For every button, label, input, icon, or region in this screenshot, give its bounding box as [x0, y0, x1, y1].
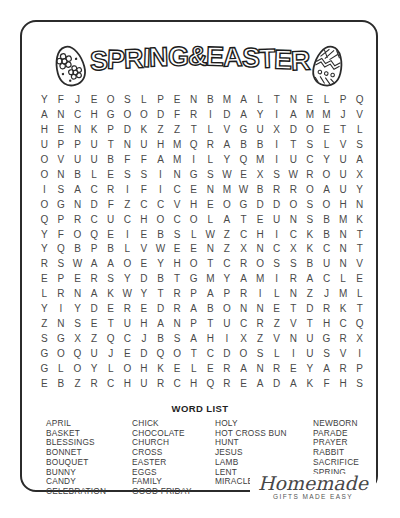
- grid-cell-r10c4[interactable]: Q: [86, 227, 103, 242]
- grid-cell-r12c11[interactable]: T: [202, 256, 219, 271]
- grid-cell-r7c3[interactable]: A: [69, 182, 86, 197]
- grid-cell-r9c9[interactable]: C: [169, 212, 186, 227]
- grid-cell-r7c7[interactable]: F: [136, 182, 153, 197]
- grid-cell-r16c14[interactable]: R: [252, 316, 269, 331]
- grid-cell-r19c20[interactable]: P: [351, 361, 368, 376]
- grid-cell-r13c5[interactable]: S: [102, 271, 119, 286]
- grid-cell-r19c12[interactable]: R: [219, 361, 236, 376]
- grid-cell-r2c1[interactable]: A: [36, 107, 53, 122]
- grid-cell-r8c19[interactable]: H: [335, 197, 352, 212]
- grid-cell-r15c17[interactable]: D: [302, 301, 319, 316]
- grid-cell-r7c14[interactable]: B: [252, 182, 269, 197]
- grid-cell-r4c16[interactable]: T: [285, 137, 302, 152]
- grid-cell-r11c11[interactable]: N: [202, 241, 219, 256]
- grid-cell-r5c9[interactable]: M: [169, 152, 186, 167]
- grid-cell-r6c12[interactable]: W: [219, 167, 236, 182]
- grid-cell-r10c9[interactable]: S: [169, 227, 186, 242]
- grid-cell-r11c6[interactable]: L: [119, 241, 136, 256]
- grid-cell-r17c6[interactable]: C: [119, 331, 136, 346]
- grid-cell-r4c11[interactable]: R: [202, 137, 219, 152]
- grid-cell-r19c19[interactable]: R: [335, 361, 352, 376]
- grid-cell-r14c3[interactable]: N: [69, 286, 86, 301]
- grid-cell-r8c16[interactable]: O: [285, 197, 302, 212]
- grid-cell-r9c20[interactable]: K: [351, 212, 368, 227]
- grid-cell-r4c20[interactable]: S: [351, 137, 368, 152]
- grid-cell-r8c12[interactable]: O: [219, 197, 236, 212]
- grid-cell-r16c2[interactable]: N: [53, 316, 70, 331]
- grid-cell-r19c1[interactable]: G: [36, 361, 53, 376]
- grid-cell-r11c13[interactable]: X: [235, 241, 252, 256]
- grid-cell-r10c5[interactable]: E: [102, 227, 119, 242]
- grid-cell-r20c7[interactable]: U: [136, 376, 153, 391]
- grid-cell-r20c6[interactable]: H: [119, 376, 136, 391]
- grid-cell-r17c12[interactable]: I: [219, 331, 236, 346]
- grid-cell-r19c4[interactable]: Y: [86, 361, 103, 376]
- grid-cell-r19c11[interactable]: E: [202, 361, 219, 376]
- grid-cell-r13c4[interactable]: R: [86, 271, 103, 286]
- grid-cell-r2c19[interactable]: J: [335, 107, 352, 122]
- grid-cell-r7c6[interactable]: I: [119, 182, 136, 197]
- grid-cell-r5c18[interactable]: Y: [318, 152, 335, 167]
- grid-cell-r4c3[interactable]: P: [69, 137, 86, 152]
- grid-cell-r13c19[interactable]: L: [335, 271, 352, 286]
- grid-cell-r12c16[interactable]: S: [285, 256, 302, 271]
- grid-cell-r15c2[interactable]: I: [53, 301, 70, 316]
- grid-cell-r8c1[interactable]: O: [36, 197, 53, 212]
- grid-cell-r17c2[interactable]: G: [53, 331, 70, 346]
- grid-cell-r12c6[interactable]: O: [119, 256, 136, 271]
- grid-cell-r4c10[interactable]: Q: [185, 137, 202, 152]
- grid-cell-r3c7[interactable]: K: [136, 122, 153, 137]
- grid-cell-r7c8[interactable]: I: [152, 182, 169, 197]
- grid-cell-r2c14[interactable]: Y: [252, 107, 269, 122]
- grid-cell-r7c1[interactable]: I: [36, 182, 53, 197]
- grid-cell-r4c12[interactable]: A: [219, 137, 236, 152]
- grid-cell-r10c19[interactable]: N: [335, 227, 352, 242]
- grid-cell-r17c20[interactable]: X: [351, 331, 368, 346]
- grid-cell-r17c4[interactable]: Z: [86, 331, 103, 346]
- grid-cell-r15c6[interactable]: R: [119, 301, 136, 316]
- grid-cell-r17c9[interactable]: S: [169, 331, 186, 346]
- grid-cell-r17c19[interactable]: R: [335, 331, 352, 346]
- grid-cell-r15c11[interactable]: B: [202, 301, 219, 316]
- grid-cell-r18c10[interactable]: T: [185, 346, 202, 361]
- grid-cell-r5c4[interactable]: U: [86, 152, 103, 167]
- grid-cell-r10c7[interactable]: E: [136, 227, 153, 242]
- grid-cell-r1c11[interactable]: B: [202, 92, 219, 107]
- grid-cell-r16c20[interactable]: Q: [351, 316, 368, 331]
- grid-cell-r6c9[interactable]: N: [169, 167, 186, 182]
- grid-cell-r11c15[interactable]: C: [268, 241, 285, 256]
- grid-cell-r19c8[interactable]: K: [152, 361, 169, 376]
- grid-cell-r13c7[interactable]: D: [136, 271, 153, 286]
- grid-cell-r12c5[interactable]: A: [102, 256, 119, 271]
- grid-cell-r10c17[interactable]: K: [302, 227, 319, 242]
- grid-cell-r13c2[interactable]: P: [53, 271, 70, 286]
- grid-cell-r11c12[interactable]: Z: [219, 241, 236, 256]
- grid-cell-r18c13[interactable]: O: [235, 346, 252, 361]
- grid-cell-r17c16[interactable]: N: [285, 331, 302, 346]
- grid-cell-r17c5[interactable]: Q: [102, 331, 119, 346]
- grid-cell-r12c3[interactable]: W: [69, 256, 86, 271]
- grid-cell-r6c4[interactable]: L: [86, 167, 103, 182]
- grid-cell-r8c2[interactable]: G: [53, 197, 70, 212]
- grid-cell-r11c4[interactable]: P: [86, 241, 103, 256]
- grid-cell-r2c13[interactable]: A: [235, 107, 252, 122]
- grid-cell-r1c14[interactable]: L: [252, 92, 269, 107]
- grid-cell-r19c13[interactable]: A: [235, 361, 252, 376]
- grid-cell-r9c13[interactable]: T: [235, 212, 252, 227]
- grid-cell-r16c13[interactable]: C: [235, 316, 252, 331]
- grid-cell-r1c10[interactable]: N: [185, 92, 202, 107]
- grid-cell-r3c13[interactable]: G: [235, 122, 252, 137]
- grid-cell-r18c15[interactable]: L: [268, 346, 285, 361]
- grid-cell-r7c10[interactable]: E: [185, 182, 202, 197]
- grid-cell-r16c10[interactable]: P: [185, 316, 202, 331]
- grid-cell-r9c19[interactable]: M: [335, 212, 352, 227]
- grid-cell-r10c6[interactable]: I: [119, 227, 136, 242]
- grid-cell-r4c9[interactable]: M: [169, 137, 186, 152]
- grid-cell-r7c11[interactable]: N: [202, 182, 219, 197]
- grid-cell-r8c9[interactable]: V: [169, 197, 186, 212]
- grid-cell-r20c8[interactable]: R: [152, 376, 169, 391]
- grid-cell-r9c7[interactable]: H: [136, 212, 153, 227]
- grid-cell-r9c2[interactable]: P: [53, 212, 70, 227]
- grid-cell-r3c15[interactable]: X: [268, 122, 285, 137]
- grid-cell-r16c6[interactable]: U: [119, 316, 136, 331]
- grid-cell-r8c14[interactable]: D: [252, 197, 269, 212]
- grid-cell-r3c20[interactable]: L: [351, 122, 368, 137]
- grid-cell-r5c2[interactable]: V: [53, 152, 70, 167]
- grid-cell-r10c20[interactable]: T: [351, 227, 368, 242]
- grid-cell-r10c10[interactable]: L: [185, 227, 202, 242]
- grid-cell-r12c17[interactable]: B: [302, 256, 319, 271]
- grid-cell-r1c7[interactable]: L: [136, 92, 153, 107]
- grid-cell-r19c3[interactable]: O: [69, 361, 86, 376]
- grid-cell-r4c18[interactable]: L: [318, 137, 335, 152]
- grid-cell-r18c2[interactable]: O: [53, 346, 70, 361]
- grid-cell-r2c5[interactable]: G: [102, 107, 119, 122]
- grid-cell-r18c17[interactable]: U: [302, 346, 319, 361]
- grid-cell-r2c10[interactable]: R: [185, 107, 202, 122]
- grid-cell-r13c15[interactable]: I: [268, 271, 285, 286]
- grid-cell-r11c19[interactable]: N: [335, 241, 352, 256]
- grid-cell-r20c5[interactable]: C: [102, 376, 119, 391]
- grid-cell-r18c18[interactable]: S: [318, 346, 335, 361]
- grid-cell-r7c4[interactable]: C: [86, 182, 103, 197]
- grid-cell-r1c8[interactable]: P: [152, 92, 169, 107]
- grid-cell-r2c4[interactable]: H: [86, 107, 103, 122]
- grid-cell-r6c8[interactable]: I: [152, 167, 169, 182]
- grid-cell-r2c17[interactable]: M: [302, 107, 319, 122]
- grid-cell-r15c1[interactable]: Y: [36, 301, 53, 316]
- grid-cell-r12c7[interactable]: E: [136, 256, 153, 271]
- grid-cell-r20c16[interactable]: A: [285, 376, 302, 391]
- grid-cell-r4c15[interactable]: I: [268, 137, 285, 152]
- grid-cell-r16c5[interactable]: T: [102, 316, 119, 331]
- grid-cell-r16c9[interactable]: N: [169, 316, 186, 331]
- grid-cell-r14c12[interactable]: P: [219, 286, 236, 301]
- grid-cell-r12c13[interactable]: R: [235, 256, 252, 271]
- grid-cell-r18c7[interactable]: D: [136, 346, 153, 361]
- grid-cell-r8c17[interactable]: S: [302, 197, 319, 212]
- grid-cell-r18c3[interactable]: Q: [69, 346, 86, 361]
- grid-cell-r9c17[interactable]: S: [302, 212, 319, 227]
- grid-cell-r6c7[interactable]: S: [136, 167, 153, 182]
- grid-cell-r6c11[interactable]: S: [202, 167, 219, 182]
- grid-cell-r19c16[interactable]: E: [285, 361, 302, 376]
- grid-cell-r10c1[interactable]: Y: [36, 227, 53, 242]
- grid-cell-r4c6[interactable]: N: [119, 137, 136, 152]
- grid-cell-r5c13[interactable]: Q: [235, 152, 252, 167]
- grid-cell-r13c20[interactable]: E: [351, 271, 368, 286]
- grid-cell-r13c6[interactable]: Y: [119, 271, 136, 286]
- grid-cell-r20c1[interactable]: E: [36, 376, 53, 391]
- grid-cell-r2c2[interactable]: N: [53, 107, 70, 122]
- grid-cell-r5c11[interactable]: L: [202, 152, 219, 167]
- grid-cell-r4c1[interactable]: U: [36, 137, 53, 152]
- grid-cell-r4c2[interactable]: P: [53, 137, 70, 152]
- grid-cell-r1c12[interactable]: M: [219, 92, 236, 107]
- grid-cell-r11c2[interactable]: Q: [53, 241, 70, 256]
- grid-cell-r9c10[interactable]: O: [185, 212, 202, 227]
- grid-cell-r6c2[interactable]: N: [53, 167, 70, 182]
- grid-cell-r17c14[interactable]: Z: [252, 331, 269, 346]
- grid-cell-r14c4[interactable]: A: [86, 286, 103, 301]
- grid-cell-r1c15[interactable]: T: [268, 92, 285, 107]
- grid-cell-r13c10[interactable]: G: [185, 271, 202, 286]
- grid-cell-r18c4[interactable]: U: [86, 346, 103, 361]
- grid-cell-r19c5[interactable]: L: [102, 361, 119, 376]
- grid-cell-r11c17[interactable]: K: [302, 241, 319, 256]
- grid-cell-r16c17[interactable]: T: [302, 316, 319, 331]
- grid-cell-r13c14[interactable]: M: [252, 271, 269, 286]
- grid-cell-r12c14[interactable]: O: [252, 256, 269, 271]
- grid-cell-r5c16[interactable]: U: [285, 152, 302, 167]
- grid-cell-r9c5[interactable]: U: [102, 212, 119, 227]
- grid-cell-r10c3[interactable]: O: [69, 227, 86, 242]
- grid-cell-r1c4[interactable]: E: [86, 92, 103, 107]
- grid-cell-r1c6[interactable]: S: [119, 92, 136, 107]
- grid-cell-r9c18[interactable]: B: [318, 212, 335, 227]
- grid-cell-r8c10[interactable]: H: [185, 197, 202, 212]
- grid-cell-r6c3[interactable]: B: [69, 167, 86, 182]
- grid-cell-r13c18[interactable]: C: [318, 271, 335, 286]
- grid-cell-r20c2[interactable]: B: [53, 376, 70, 391]
- grid-cell-r19c6[interactable]: O: [119, 361, 136, 376]
- grid-cell-r3c17[interactable]: O: [302, 122, 319, 137]
- grid-cell-r11c20[interactable]: T: [351, 241, 368, 256]
- grid-cell-r19c2[interactable]: L: [53, 361, 70, 376]
- grid-cell-r5c10[interactable]: I: [185, 152, 202, 167]
- grid-cell-r10c16[interactable]: C: [285, 227, 302, 242]
- grid-cell-r16c4[interactable]: E: [86, 316, 103, 331]
- grid-cell-r3c5[interactable]: P: [102, 122, 119, 137]
- grid-cell-r8c20[interactable]: N: [351, 197, 368, 212]
- grid-cell-r16c12[interactable]: U: [219, 316, 236, 331]
- grid-cell-r5c12[interactable]: Y: [219, 152, 236, 167]
- grid-cell-r1c19[interactable]: P: [335, 92, 352, 107]
- grid-cell-r10c12[interactable]: Z: [219, 227, 236, 242]
- grid-cell-r7c9[interactable]: C: [169, 182, 186, 197]
- grid-cell-r9c1[interactable]: Q: [36, 212, 53, 227]
- grid-cell-r17c11[interactable]: H: [202, 331, 219, 346]
- grid-cell-r12c1[interactable]: R: [36, 256, 53, 271]
- grid-cell-r2c8[interactable]: D: [152, 107, 169, 122]
- grid-cell-r13c1[interactable]: E: [36, 271, 53, 286]
- grid-cell-r6c20[interactable]: X: [351, 167, 368, 182]
- grid-cell-r1c17[interactable]: E: [302, 92, 319, 107]
- grid-cell-r14c18[interactable]: J: [318, 286, 335, 301]
- grid-cell-r11c9[interactable]: E: [169, 241, 186, 256]
- grid-cell-r18c19[interactable]: V: [335, 346, 352, 361]
- grid-cell-r14c13[interactable]: R: [235, 286, 252, 301]
- grid-cell-r17c17[interactable]: U: [302, 331, 319, 346]
- grid-cell-r19c7[interactable]: H: [136, 361, 153, 376]
- grid-cell-r5c8[interactable]: A: [152, 152, 169, 167]
- grid-cell-r7c15[interactable]: R: [268, 182, 285, 197]
- grid-cell-r4c8[interactable]: H: [152, 137, 169, 152]
- grid-cell-r2c20[interactable]: V: [351, 107, 368, 122]
- grid-cell-r10c13[interactable]: C: [235, 227, 252, 242]
- grid-cell-r7c19[interactable]: U: [335, 182, 352, 197]
- grid-cell-r7c17[interactable]: O: [302, 182, 319, 197]
- grid-cell-r20c14[interactable]: A: [252, 376, 269, 391]
- grid-cell-r14c2[interactable]: R: [53, 286, 70, 301]
- grid-cell-r20c3[interactable]: Z: [69, 376, 86, 391]
- grid-cell-r3c14[interactable]: U: [252, 122, 269, 137]
- grid-cell-r9c14[interactable]: E: [252, 212, 269, 227]
- grid-cell-r7c2[interactable]: S: [53, 182, 70, 197]
- grid-cell-r16c3[interactable]: S: [69, 316, 86, 331]
- grid-cell-r18c6[interactable]: E: [119, 346, 136, 361]
- grid-cell-r18c11[interactable]: C: [202, 346, 219, 361]
- grid-cell-r14c15[interactable]: L: [268, 286, 285, 301]
- grid-cell-r3c19[interactable]: T: [335, 122, 352, 137]
- grid-cell-r9c16[interactable]: N: [285, 212, 302, 227]
- grid-cell-r20c4[interactable]: R: [86, 376, 103, 391]
- grid-cell-r4c13[interactable]: B: [235, 137, 252, 152]
- grid-cell-r14c17[interactable]: Z: [302, 286, 319, 301]
- grid-cell-r14c19[interactable]: M: [335, 286, 352, 301]
- grid-cell-r2c18[interactable]: M: [318, 107, 335, 122]
- grid-cell-r14c6[interactable]: W: [119, 286, 136, 301]
- grid-cell-r8c15[interactable]: D: [268, 197, 285, 212]
- grid-cell-r12c10[interactable]: O: [185, 256, 202, 271]
- grid-cell-r19c18[interactable]: A: [318, 361, 335, 376]
- grid-cell-r2c7[interactable]: O: [136, 107, 153, 122]
- grid-cell-r10c18[interactable]: B: [318, 227, 335, 242]
- grid-cell-r6c13[interactable]: E: [235, 167, 252, 182]
- grid-cell-r15c3[interactable]: Y: [69, 301, 86, 316]
- grid-cell-r3c16[interactable]: D: [285, 122, 302, 137]
- grid-cell-r13c11[interactable]: M: [202, 271, 219, 286]
- grid-cell-r9c15[interactable]: U: [268, 212, 285, 227]
- grid-cell-r14c10[interactable]: P: [185, 286, 202, 301]
- grid-cell-r11c5[interactable]: B: [102, 241, 119, 256]
- grid-cell-r1c3[interactable]: J: [69, 92, 86, 107]
- grid-cell-r15c4[interactable]: D: [86, 301, 103, 316]
- grid-cell-r13c12[interactable]: Y: [219, 271, 236, 286]
- grid-cell-r10c11[interactable]: W: [202, 227, 219, 242]
- grid-cell-r20c9[interactable]: C: [169, 376, 186, 391]
- grid-cell-r13c3[interactable]: E: [69, 271, 86, 286]
- grid-cell-r3c4[interactable]: K: [86, 122, 103, 137]
- grid-cell-r20c10[interactable]: H: [185, 376, 202, 391]
- grid-cell-r12c12[interactable]: C: [219, 256, 236, 271]
- grid-cell-r18c14[interactable]: S: [252, 346, 269, 361]
- grid-cell-r15c9[interactable]: R: [169, 301, 186, 316]
- grid-cell-r18c5[interactable]: J: [102, 346, 119, 361]
- grid-cell-r14c1[interactable]: L: [36, 286, 53, 301]
- grid-cell-r20c13[interactable]: E: [235, 376, 252, 391]
- grid-cell-r5c19[interactable]: U: [335, 152, 352, 167]
- grid-cell-r1c13[interactable]: A: [235, 92, 252, 107]
- grid-cell-r17c8[interactable]: B: [152, 331, 169, 346]
- grid-cell-r5c3[interactable]: U: [69, 152, 86, 167]
- grid-cell-r8c18[interactable]: O: [318, 197, 335, 212]
- grid-cell-r10c15[interactable]: I: [268, 227, 285, 242]
- grid-cell-r3c11[interactable]: L: [202, 122, 219, 137]
- grid-cell-r13c13[interactable]: A: [235, 271, 252, 286]
- grid-cell-r7c12[interactable]: M: [219, 182, 236, 197]
- grid-cell-r16c19[interactable]: C: [335, 316, 352, 331]
- grid-cell-r1c1[interactable]: Y: [36, 92, 53, 107]
- grid-cell-r4c14[interactable]: B: [252, 137, 269, 152]
- grid-cell-r9c8[interactable]: O: [152, 212, 169, 227]
- grid-cell-r14c8[interactable]: T: [152, 286, 169, 301]
- grid-cell-r12c15[interactable]: S: [268, 256, 285, 271]
- grid-cell-r7c16[interactable]: R: [285, 182, 302, 197]
- grid-cell-r18c8[interactable]: Q: [152, 346, 169, 361]
- grid-cell-r17c1[interactable]: S: [36, 331, 53, 346]
- grid-cell-r17c3[interactable]: X: [69, 331, 86, 346]
- grid-cell-r5c20[interactable]: A: [351, 152, 368, 167]
- grid-cell-r3c8[interactable]: Z: [152, 122, 169, 137]
- grid-cell-r12c19[interactable]: N: [335, 256, 352, 271]
- grid-cell-r9c4[interactable]: C: [86, 212, 103, 227]
- grid-cell-r15c15[interactable]: E: [268, 301, 285, 316]
- grid-cell-r8c13[interactable]: G: [235, 197, 252, 212]
- grid-cell-r16c15[interactable]: Z: [268, 316, 285, 331]
- grid-cell-r12c18[interactable]: U: [318, 256, 335, 271]
- grid-cell-r17c13[interactable]: X: [235, 331, 252, 346]
- grid-cell-r5c1[interactable]: O: [36, 152, 53, 167]
- grid-cell-r2c9[interactable]: F: [169, 107, 186, 122]
- grid-cell-r9c11[interactable]: L: [202, 212, 219, 227]
- grid-cell-r16c18[interactable]: H: [318, 316, 335, 331]
- grid-cell-r2c15[interactable]: I: [268, 107, 285, 122]
- grid-cell-r1c5[interactable]: O: [102, 92, 119, 107]
- grid-cell-r20c11[interactable]: Q: [202, 376, 219, 391]
- grid-cell-r3c12[interactable]: V: [219, 122, 236, 137]
- grid-cell-r6c6[interactable]: S: [119, 167, 136, 182]
- grid-cell-r20c15[interactable]: D: [268, 376, 285, 391]
- grid-cell-r2c11[interactable]: I: [202, 107, 219, 122]
- grid-cell-r6c5[interactable]: E: [102, 167, 119, 182]
- grid-cell-r15c19[interactable]: K: [335, 301, 352, 316]
- grid-cell-r11c10[interactable]: E: [185, 241, 202, 256]
- grid-cell-r11c1[interactable]: Y: [36, 241, 53, 256]
- grid-cell-r20c17[interactable]: K: [302, 376, 319, 391]
- grid-cell-r17c7[interactable]: J: [136, 331, 153, 346]
- grid-cell-r19c9[interactable]: E: [169, 361, 186, 376]
- grid-cell-r15c16[interactable]: T: [285, 301, 302, 316]
- grid-cell-r12c8[interactable]: Y: [152, 256, 169, 271]
- grid-cell-r4c7[interactable]: U: [136, 137, 153, 152]
- grid-cell-r12c4[interactable]: A: [86, 256, 103, 271]
- grid-cell-r3c9[interactable]: Z: [169, 122, 186, 137]
